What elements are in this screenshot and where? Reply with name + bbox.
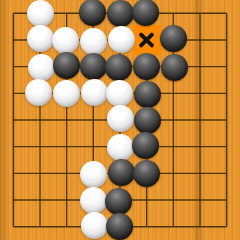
black-stone [132,0,159,26]
black-stone [53,52,80,79]
black-stone [132,132,159,159]
black-stone [108,159,135,186]
black-stone [133,160,160,187]
white-stone [28,54,55,81]
black-stone [133,53,160,80]
white-stone [81,79,108,106]
white-stone [108,26,135,53]
white-stone [107,105,134,132]
black-stone [161,54,188,81]
white-stone [80,28,107,55]
black-stone [106,213,133,240]
go-board[interactable] [0,0,240,240]
white-stone [52,27,79,54]
black-stone [134,81,161,108]
white-stone [81,212,108,239]
marked-move-highlight[interactable] [132,25,162,55]
black-stone [134,107,161,134]
white-stone [107,134,134,161]
white-stone [106,80,133,107]
white-stone [27,0,54,27]
white-stone [80,187,107,214]
white-stone [80,161,107,188]
black-stone [105,188,132,215]
